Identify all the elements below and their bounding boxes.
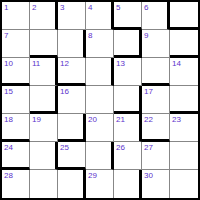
clue-number-18: 18 [2, 114, 29, 124]
clue-number-5: 5 [114, 2, 141, 12]
cell-r6c5[interactable]: 26 [114, 142, 142, 170]
clue-number-3: 3 [58, 2, 85, 12]
cell-r7c3[interactable] [58, 170, 86, 198]
cell-r3c5[interactable]: 13 [114, 58, 142, 86]
clue-number-9: 9 [142, 30, 169, 40]
cell-r5c7[interactable]: 23 [170, 114, 198, 142]
clue-number-8: 8 [86, 30, 113, 40]
cell-r3c1[interactable]: 10 [2, 58, 30, 86]
clue-number-13: 13 [114, 58, 141, 68]
cell-r2c6[interactable]: 9 [142, 30, 170, 58]
clue-number-12: 12 [58, 58, 85, 68]
clue-number-25: 25 [58, 142, 85, 152]
cell-r2c5[interactable] [114, 30, 142, 58]
clue-number-2: 2 [30, 2, 55, 12]
cell-r6c4[interactable] [86, 142, 114, 170]
barred-crossword-grid: 1234567891011121314151617181920212223242… [0, 0, 200, 200]
cell-r5c3[interactable] [58, 114, 86, 142]
clue-number-7: 7 [2, 30, 29, 40]
cell-r3c3[interactable]: 12 [58, 58, 86, 86]
clue-number-17: 17 [142, 86, 169, 96]
cell-r4c3[interactable]: 16 [58, 86, 86, 114]
clue-number-22: 22 [142, 114, 169, 124]
cell-r2c1[interactable]: 7 [2, 30, 30, 58]
cell-r5c5[interactable]: 21 [114, 114, 142, 142]
clue-number-15: 15 [2, 86, 29, 96]
cell-r1c4[interactable]: 4 [86, 2, 114, 30]
cell-r7c1[interactable]: 28 [2, 170, 30, 198]
clue-number-10: 10 [2, 58, 29, 68]
cell-r2c2[interactable] [30, 30, 58, 58]
cell-r2c7[interactable] [170, 30, 198, 58]
cell-r7c2[interactable] [30, 170, 58, 198]
cell-r1c1[interactable]: 1 [2, 2, 30, 30]
cell-r7c4[interactable]: 29 [86, 170, 114, 198]
clue-number-28: 28 [2, 170, 29, 180]
clue-number-20: 20 [86, 114, 113, 124]
cell-r1c3[interactable]: 3 [58, 2, 86, 30]
cell-r5c1[interactable]: 18 [2, 114, 30, 142]
cell-r7c6[interactable]: 30 [142, 170, 170, 198]
cell-r6c6[interactable]: 27 [142, 142, 170, 170]
cell-r7c5[interactable] [114, 170, 142, 198]
clue-number-6: 6 [142, 2, 167, 12]
cell-r6c3[interactable]: 25 [58, 142, 86, 170]
cell-r4c5[interactable] [114, 86, 142, 114]
clue-number-14: 14 [170, 58, 198, 68]
cell-r5c6[interactable]: 22 [142, 114, 170, 142]
clue-number-16: 16 [58, 86, 85, 96]
clue-number-27: 27 [142, 142, 169, 152]
clue-number-1: 1 [2, 2, 29, 12]
cell-r5c4[interactable]: 20 [86, 114, 114, 142]
cell-r6c1[interactable]: 24 [2, 142, 30, 170]
cell-r2c4[interactable]: 8 [86, 30, 114, 58]
clue-number-19: 19 [30, 114, 57, 124]
cell-r4c6[interactable]: 17 [142, 86, 170, 114]
cell-r2c3[interactable] [58, 30, 86, 58]
cell-r4c4[interactable] [86, 86, 114, 114]
clue-number-30: 30 [142, 170, 169, 180]
cell-r6c2[interactable] [30, 142, 58, 170]
cell-r7c7[interactable] [170, 170, 198, 198]
clue-number-4: 4 [86, 2, 111, 12]
clue-number-21: 21 [114, 114, 139, 124]
cell-r1c6[interactable]: 6 [142, 2, 170, 30]
cell-r1c7[interactable] [170, 2, 198, 30]
clue-number-11: 11 [30, 58, 55, 68]
cell-r5c2[interactable]: 19 [30, 114, 58, 142]
cell-r3c4[interactable] [86, 58, 114, 86]
cell-r4c1[interactable]: 15 [2, 86, 30, 114]
cell-r3c6[interactable] [142, 58, 170, 86]
cell-r6c7[interactable] [170, 142, 198, 170]
clue-number-24: 24 [2, 142, 29, 152]
clue-number-29: 29 [86, 170, 113, 180]
cell-r4c7[interactable] [170, 86, 198, 114]
cell-r4c2[interactable] [30, 86, 58, 114]
cell-r1c2[interactable]: 2 [30, 2, 58, 30]
cell-r1c5[interactable]: 5 [114, 2, 142, 30]
cell-r3c7[interactable]: 14 [170, 58, 198, 86]
clue-number-23: 23 [170, 114, 198, 124]
cell-r3c2[interactable]: 11 [30, 58, 58, 86]
clue-number-26: 26 [114, 142, 141, 152]
